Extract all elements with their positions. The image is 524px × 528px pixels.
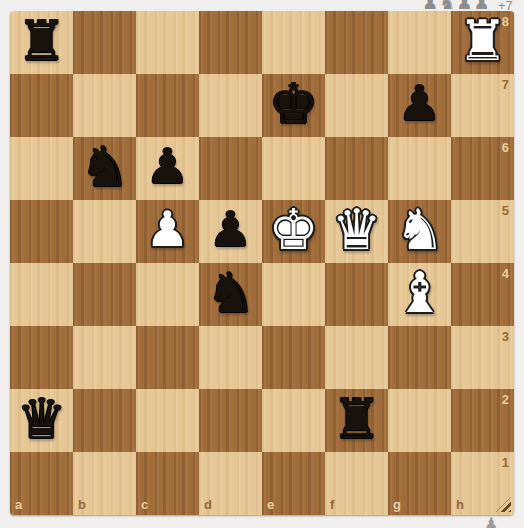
square-e7[interactable]: ♚ [262,74,325,137]
square-b1[interactable]: b [73,452,136,515]
square-b4[interactable] [73,263,136,326]
file-label-b: b [78,497,86,512]
rank-label-6: 6 [502,140,509,155]
black-pawn[interactable]: ♟ [146,142,190,191]
square-h1[interactable]: 1h [451,452,514,515]
square-e1[interactable]: e [262,452,325,515]
white-queen[interactable]: ♛ [331,202,381,258]
white-rook[interactable]: ♜ [457,13,507,69]
square-a5[interactable] [10,200,73,263]
square-h4[interactable]: 4 [451,263,514,326]
square-f8[interactable] [325,11,388,74]
square-a4[interactable] [10,263,73,326]
square-b3[interactable] [73,326,136,389]
file-label-g: g [393,497,401,512]
square-f2[interactable]: ♜ [325,389,388,452]
file-label-e: e [267,497,274,512]
square-g1[interactable]: g [388,452,451,515]
black-pawn[interactable]: ♟ [398,79,442,128]
square-g5[interactable]: ♞ [388,200,451,263]
square-f3[interactable] [325,326,388,389]
square-d4[interactable]: ♞ [199,263,262,326]
file-label-a: a [15,497,22,512]
square-f1[interactable]: f [325,452,388,515]
square-d5[interactable]: ♟ [199,200,262,263]
black-knight[interactable]: ♞ [79,139,129,195]
square-a8[interactable]: ♜ [10,11,73,74]
square-b7[interactable] [73,74,136,137]
chess-board: ♜♜8♚♟7♞♟6♟♟♚♛♞5♞♝43♛♜2abcdefg1h [10,11,514,515]
rank-label-8: 8 [502,14,509,29]
square-b8[interactable] [73,11,136,74]
square-d2[interactable] [199,389,262,452]
rank-label-7: 7 [502,77,509,92]
square-d1[interactable]: d [199,452,262,515]
square-e8[interactable] [262,11,325,74]
file-label-h: h [456,497,464,512]
square-b2[interactable] [73,389,136,452]
file-label-d: d [204,497,212,512]
black-queen[interactable]: ♛ [16,391,66,447]
square-e4[interactable] [262,263,325,326]
white-bishop[interactable]: ♝ [394,265,444,321]
square-e3[interactable] [262,326,325,389]
square-c3[interactable] [136,326,199,389]
square-a7[interactable] [10,74,73,137]
square-d6[interactable] [199,137,262,200]
square-d3[interactable] [199,326,262,389]
square-g3[interactable] [388,326,451,389]
square-c6[interactable]: ♟ [136,137,199,200]
black-knight[interactable]: ♞ [205,265,255,321]
square-g7[interactable]: ♟ [388,74,451,137]
square-e6[interactable] [262,137,325,200]
rank-label-1: 1 [502,455,509,470]
square-c1[interactable]: c [136,452,199,515]
black-pawn[interactable]: ♟ [209,205,253,254]
square-h3[interactable]: 3 [451,326,514,389]
square-f7[interactable] [325,74,388,137]
square-h8[interactable]: ♜8 [451,11,514,74]
black-king[interactable]: ♚ [268,76,318,132]
square-b5[interactable] [73,200,136,263]
pawn-icon: ♟ [484,516,498,528]
square-a2[interactable]: ♛ [10,389,73,452]
square-f5[interactable]: ♛ [325,200,388,263]
file-label-c: c [141,497,148,512]
square-g6[interactable] [388,137,451,200]
white-pawn[interactable]: ♟ [146,205,190,254]
square-c4[interactable] [136,263,199,326]
chess-app-page: ♟♞♟♟ +7 ♜♜8♚♟7♞♟6♟♟♚♛♞5♞♝43♛♜2abcdefg1h … [0,0,524,528]
black-rook[interactable]: ♜ [331,391,381,447]
square-f6[interactable] [325,137,388,200]
file-label-f: f [330,497,334,512]
rank-label-2: 2 [502,392,509,407]
square-b6[interactable]: ♞ [73,137,136,200]
square-a6[interactable] [10,137,73,200]
square-h7[interactable]: 7 [451,74,514,137]
rank-label-4: 4 [502,266,509,281]
black-rook[interactable]: ♜ [16,13,66,69]
square-c5[interactable]: ♟ [136,200,199,263]
white-knight[interactable]: ♞ [394,202,444,258]
square-a3[interactable] [10,326,73,389]
rank-label-5: 5 [502,203,509,218]
square-h2[interactable]: 2 [451,389,514,452]
rank-label-3: 3 [502,329,509,344]
square-h6[interactable]: 6 [451,137,514,200]
square-e5[interactable]: ♚ [262,200,325,263]
square-d8[interactable] [199,11,262,74]
square-c7[interactable] [136,74,199,137]
square-a1[interactable]: a [10,452,73,515]
square-e2[interactable] [262,389,325,452]
square-h5[interactable]: 5 [451,200,514,263]
square-f4[interactable] [325,263,388,326]
square-c8[interactable] [136,11,199,74]
white-king[interactable]: ♚ [268,202,318,258]
board-resize-handle[interactable] [496,497,511,512]
square-g2[interactable] [388,389,451,452]
square-g4[interactable]: ♝ [388,263,451,326]
square-g8[interactable] [388,11,451,74]
square-d7[interactable] [199,74,262,137]
square-c2[interactable] [136,389,199,452]
